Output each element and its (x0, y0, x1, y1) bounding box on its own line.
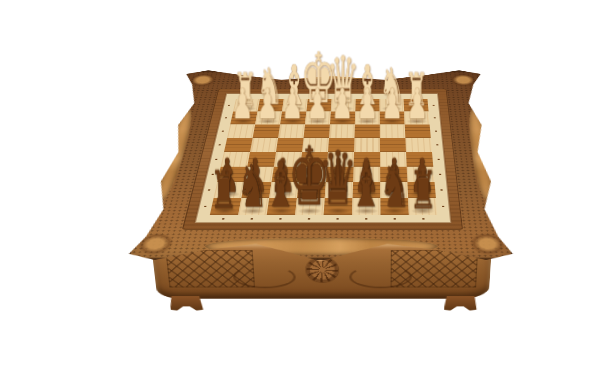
carving-ornament-left (152, 110, 196, 201)
corner-leaf-carving (134, 233, 177, 256)
square-c2[interactable]: ♟ (355, 111, 380, 124)
floral-scroll-carving (349, 265, 412, 288)
square-a3[interactable] (405, 124, 431, 137)
chess-box-top: ♜♞♝♚♛♝♞♜♟♟♟♟♟♟♟♟♟♟♟♟♟♟♟♟♜♞♝♚♛♝♞♜ (123, 70, 518, 262)
front-right-foot (444, 296, 478, 311)
corner-leaf-carving (448, 73, 479, 87)
square-b3[interactable] (380, 124, 406, 137)
black-rook[interactable]: ♜ (410, 164, 437, 217)
black-knight[interactable]: ♞ (379, 157, 410, 216)
black-knight[interactable]: ♞ (237, 157, 268, 216)
chess-set-scene: ♜♞♝♚♛♝♞♜♟♟♟♟♟♟♟♟♟♟♟♟♟♟♟♟♜♞♝♚♛♝♞♜ (0, 0, 600, 380)
square-a2[interactable]: ♟ (404, 111, 430, 124)
white-pawn[interactable]: ♟ (381, 83, 403, 125)
square-c3[interactable] (354, 124, 379, 137)
square-e2[interactable]: ♟ (305, 111, 331, 124)
square-d2[interactable]: ♟ (330, 111, 355, 124)
square-b2[interactable]: ♟ (380, 111, 405, 124)
diamond-inlay-row (236, 94, 427, 98)
corner-leaf-carving (468, 233, 508, 256)
white-pawn[interactable]: ♟ (306, 83, 328, 125)
white-pawn[interactable]: ♟ (231, 83, 253, 125)
white-pawn[interactable]: ♟ (356, 83, 378, 125)
square-h2[interactable]: ♟ (230, 111, 257, 124)
floral-scroll-carving (232, 265, 296, 288)
black-bishop[interactable]: ♝ (350, 153, 383, 217)
square-a8[interactable]: ♜ (408, 198, 437, 215)
front-left-foot (169, 296, 204, 311)
square-b8[interactable]: ♞ (380, 198, 409, 215)
white-pawn[interactable]: ♟ (256, 83, 278, 125)
carving-ornament-right (466, 110, 497, 201)
square-f2[interactable]: ♟ (280, 111, 306, 124)
carving-ornament-bottom (203, 238, 438, 255)
product-photo: ♜♞♝♚♛♝♞♜♟♟♟♟♟♟♟♟♟♟♟♟♟♟♟♟♜♞♝♚♛♝♞♜ (0, 0, 600, 380)
square-g2[interactable]: ♟ (255, 111, 282, 124)
square-d8[interactable]: ♛ (324, 198, 353, 215)
square-c8[interactable]: ♝ (352, 198, 380, 215)
square-h3[interactable] (227, 124, 255, 137)
corner-leaf-carving (186, 73, 219, 87)
white-pawn[interactable]: ♟ (331, 83, 353, 125)
black-rook[interactable]: ♜ (210, 164, 237, 217)
white-pawn[interactable]: ♟ (281, 83, 303, 125)
white-pawn[interactable]: ♟ (406, 83, 428, 125)
square-g3[interactable] (253, 124, 280, 137)
chess-board: ♜♞♝♚♛♝♞♜♟♟♟♟♟♟♟♟♟♟♟♟♟♟♟♟♜♞♝♚♛♝♞♜ (210, 99, 438, 215)
